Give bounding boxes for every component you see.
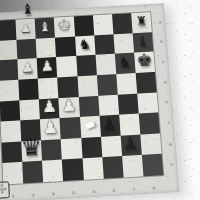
- square-e8[interactable]: [137, 92, 158, 114]
- file-label-g: g: [169, 141, 172, 146]
- square-e5[interactable]: [78, 95, 99, 117]
- square-b3[interactable]: [36, 37, 56, 58]
- square-g8[interactable]: [140, 133, 161, 155]
- square-g5[interactable]: [81, 137, 102, 159]
- rank-label-6: 6: [112, 187, 115, 192]
- square-h4[interactable]: [62, 159, 83, 181]
- square-d1[interactable]: [0, 80, 19, 101]
- square-g3[interactable]: [41, 139, 62, 161]
- rank-label-4: 4: [72, 190, 75, 195]
- square-g1[interactable]: [2, 141, 23, 163]
- piece-white-pawn-e3[interactable]: ♟: [41, 98, 57, 115]
- piece-white-pawn-a2[interactable]: ♟: [20, 23, 31, 35]
- square-e7[interactable]: [117, 93, 138, 115]
- square-b7[interactable]: [113, 33, 134, 54]
- piece-black-queen-g2[interactable]: ♛: [20, 135, 43, 160]
- square-d6[interactable]: [97, 74, 118, 95]
- square-d8[interactable]: [136, 72, 157, 93]
- piece-black-bishop-b8[interactable]: ♝: [136, 34, 150, 48]
- square-a6[interactable]: [93, 14, 114, 35]
- square-h3[interactable]: [42, 160, 63, 182]
- square-f1[interactable]: [1, 120, 22, 142]
- rank-label-2: 2: [32, 192, 35, 197]
- file-label-b: b: [160, 39, 163, 44]
- captured-black-bishop-top-border[interactable]: ♝: [21, 3, 35, 17]
- file-label-f: f: [168, 120, 170, 125]
- file-label-d: d: [163, 79, 166, 84]
- square-d5[interactable]: [77, 75, 98, 96]
- piece-black-pawn-g7[interactable]: ♟: [122, 133, 140, 153]
- square-b4[interactable]: [55, 36, 76, 57]
- piece-black-king-c8[interactable]: ♚: [136, 51, 153, 69]
- piece-white-pawn-e4[interactable]: ♟: [61, 97, 77, 114]
- piece-white-king-a4[interactable]: ♚: [57, 18, 71, 33]
- square-c4[interactable]: [56, 56, 77, 77]
- square-b2[interactable]: [17, 38, 37, 59]
- rank-label-3: 3: [52, 191, 55, 196]
- piece-black-knight-b5[interactable]: ♞: [78, 37, 92, 51]
- square-b6[interactable]: [94, 34, 115, 55]
- square-h8[interactable]: [142, 154, 164, 176]
- square-h2[interactable]: [22, 161, 43, 183]
- square-a5[interactable]: [73, 15, 94, 36]
- square-c5[interactable]: [76, 55, 97, 76]
- piece-black-knight-c7[interactable]: ♞: [117, 54, 132, 70]
- piece-white-pawn-c3[interactable]: ♟: [40, 60, 54, 74]
- square-f8[interactable]: [139, 113, 160, 135]
- board-border: US CHESS ♛♛♛♛♛ 12345678abcdefgh ♜♝♚♞♞♟♟♛…: [0, 3, 180, 200]
- crown-emblem-logo: ♛♛♛♛♛: [0, 181, 10, 199]
- square-g4[interactable]: [61, 138, 82, 160]
- square-c1[interactable]: [0, 59, 18, 80]
- chessboard-photo: US CHESS ♛♛♛♛♛ 12345678abcdefgh ♜♝♚♞♞♟♟♛…: [0, 0, 200, 200]
- piece-white-pawn-f3[interactable]: ♟: [42, 118, 59, 136]
- rank-label-7: 7: [132, 186, 135, 191]
- chess-board: US CHESS ♛♛♛♛♛ 12345678abcdefgh ♜♝♚♞♞♟♟♛…: [0, 3, 180, 200]
- file-label-e: e: [165, 99, 168, 104]
- square-h5[interactable]: [82, 158, 103, 180]
- square-a1[interactable]: [0, 20, 17, 41]
- rank-label-5: 5: [92, 189, 95, 194]
- piece-white-pawn-c2[interactable]: ♟: [21, 61, 35, 76]
- file-label-a: a: [159, 19, 162, 24]
- piece-black-rook-a8[interactable]: ♜: [135, 15, 148, 28]
- piece-white-bishop-a3[interactable]: ♝: [39, 21, 51, 34]
- square-c6[interactable]: [95, 54, 116, 75]
- square-b1[interactable]: [0, 39, 17, 60]
- square-d2[interactable]: [18, 78, 39, 99]
- rank-label-8: 8: [152, 185, 155, 190]
- square-h7[interactable]: [122, 155, 143, 177]
- square-a7[interactable]: [112, 13, 133, 34]
- square-h6[interactable]: [102, 156, 123, 178]
- emblem-crown-row: ♛: [1, 192, 4, 196]
- square-e2[interactable]: [19, 99, 40, 121]
- square-g6[interactable]: [101, 135, 122, 157]
- square-e1[interactable]: [0, 100, 20, 122]
- file-label-c: c: [162, 59, 165, 64]
- square-f4[interactable]: [60, 117, 81, 139]
- file-label-h: h: [170, 162, 173, 167]
- rank-label-1: 1: [12, 193, 15, 198]
- piece-black-pawn-f6[interactable]: ♟: [101, 114, 118, 132]
- square-d7[interactable]: [116, 73, 137, 94]
